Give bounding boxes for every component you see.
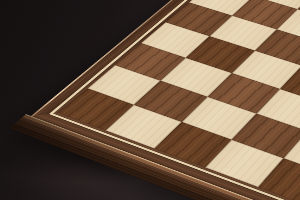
scene bbox=[0, 0, 300, 200]
